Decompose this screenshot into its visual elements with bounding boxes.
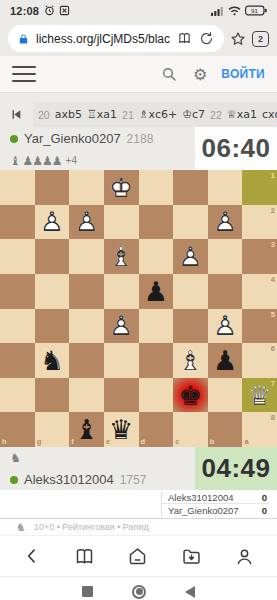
square-f8[interactable]: ♝f <box>69 412 104 447</box>
rank-label: 2 <box>271 207 275 215</box>
lock-icon <box>18 33 29 45</box>
square-g4[interactable] <box>35 274 70 309</box>
square-b6[interactable]: ♟ <box>208 343 243 378</box>
square-g6[interactable]: ♞ <box>35 343 70 378</box>
gear-icon[interactable]: ⚙ <box>193 65 207 84</box>
square-f4[interactable] <box>69 274 104 309</box>
player-top-name[interactable]: Yar_Gienko0207 <box>24 131 121 146</box>
file-label: a <box>244 438 248 446</box>
chess-board[interactable]: ♚♔1♟♙♟♙♟♙2♝♗♟♙3♟4♟♙♟♙5♞♝♗♟6♚♛♕7hg♝f♛edcb… <box>0 170 277 447</box>
game-type-icon: ♞ <box>16 522 26 533</box>
square-c8[interactable]: c <box>173 412 208 447</box>
login-button[interactable]: ВОЙТИ <box>221 67 265 81</box>
signal-icon <box>211 6 224 16</box>
square-f1[interactable] <box>69 170 104 205</box>
rank-label: 4 <box>271 276 275 284</box>
square-d7[interactable] <box>139 378 174 413</box>
square-h7[interactable] <box>0 378 35 413</box>
captured-pieces-top: ♝ ♟♟♟♟ <box>10 155 62 167</box>
refresh-icon[interactable] <box>199 31 214 46</box>
browser-toolbar <box>0 536 277 577</box>
game-info-text: 10+0 • Рейтинговая • Рапид <box>34 522 149 532</box>
online-dot <box>10 135 18 143</box>
score-value: 0 <box>262 492 267 503</box>
alarm-icon <box>44 5 55 16</box>
rank-label: 6 <box>271 345 275 353</box>
black-queen[interactable]: ♛ <box>109 416 133 443</box>
clock-bottom: 04:49 <box>195 447 277 490</box>
square-a6[interactable]: 6 <box>242 343 277 378</box>
square-e5[interactable]: ♟♙ <box>104 309 139 344</box>
white-queen[interactable]: ♛♕ <box>248 382 272 409</box>
square-a4[interactable]: 4 <box>242 274 277 309</box>
square-d2[interactable] <box>139 205 174 240</box>
url-pill[interactable]: lichess.org/jlCjMDs5/blac <box>8 25 224 52</box>
score-row[interactable]: Aleks310120040 <box>162 491 269 504</box>
square-g2[interactable]: ♟♙ <box>35 205 70 240</box>
square-e2[interactable] <box>104 205 139 240</box>
square-b3[interactable] <box>208 239 243 274</box>
square-c6[interactable]: ♝♗ <box>173 343 208 378</box>
spacer <box>0 93 277 102</box>
square-h3[interactable] <box>0 239 35 274</box>
white-pawn[interactable]: ♟♙ <box>213 312 237 339</box>
white-pawn[interactable]: ♟♙ <box>178 243 202 270</box>
square-f6[interactable] <box>69 343 104 378</box>
move-bar: 20axb5♖xa121♗xc6+♔c722♕xa1cxd423♕a7+ <box>0 102 277 127</box>
square-b4[interactable] <box>208 274 243 309</box>
white-pawn[interactable]: ♟♙ <box>74 208 98 235</box>
back-nav-icon[interactable] <box>185 586 195 598</box>
game-info-row: ♞ 10+0 • Рейтинговая • Рапид <box>0 519 277 536</box>
profile-icon[interactable] <box>234 546 255 567</box>
clock-top: 06:40 <box>195 127 277 170</box>
move[interactable]: ♕xa1 <box>227 108 257 121</box>
black-knight[interactable]: ♞ <box>40 347 64 374</box>
white-pawn[interactable]: ♟♙ <box>40 208 64 235</box>
square-a7[interactable]: ♛♕7 <box>242 378 277 413</box>
status-bar: 12:08 91 <box>0 0 277 21</box>
player-top: Yar_Gienko0207 2188 ♝ ♟♟♟♟ +4 06:40 <box>0 127 277 170</box>
square-d5[interactable] <box>139 309 174 344</box>
score-player-name: Aleks31012004 <box>168 492 234 503</box>
score-value: 0 <box>262 505 267 516</box>
square-f2[interactable]: ♟♙ <box>69 205 104 240</box>
white-pawn[interactable]: ♟♙ <box>213 208 237 235</box>
player-bottom-name[interactable]: Aleks31012004 <box>24 472 114 487</box>
square-a5[interactable]: 5 <box>242 309 277 344</box>
black-pawn[interactable]: ♟ <box>213 347 237 374</box>
player-top-rating: 2188 <box>127 132 154 146</box>
move[interactable]: axb5 <box>55 108 82 121</box>
white-pawn[interactable]: ♟♙ <box>109 312 133 339</box>
search-icon[interactable] <box>161 66 177 82</box>
square-g7[interactable] <box>35 378 70 413</box>
square-e6[interactable] <box>104 343 139 378</box>
file-label: h <box>2 438 7 446</box>
move[interactable]: ♔c7 <box>182 108 205 121</box>
square-f7[interactable] <box>69 378 104 413</box>
square-d1[interactable] <box>139 170 174 205</box>
square-a1[interactable]: 1 <box>242 170 277 205</box>
square-c3[interactable]: ♟♙ <box>173 239 208 274</box>
score-card: Aleks310120040Yar_Gienko02070 <box>0 490 277 519</box>
move-number: 22 <box>210 109 222 121</box>
rank-label: 8 <box>271 414 275 422</box>
bookmarks-icon[interactable] <box>177 31 192 46</box>
square-b5[interactable]: ♟♙ <box>208 309 243 344</box>
square-c5[interactable] <box>173 309 208 344</box>
square-e1[interactable]: ♚♔ <box>104 170 139 205</box>
file-label: c <box>175 438 179 446</box>
rank-label: 7 <box>271 380 275 388</box>
tab-counter[interactable]: 2 <box>252 31 269 47</box>
square-c2[interactable] <box>173 205 208 240</box>
white-bishop[interactable]: ♝♗ <box>109 243 133 270</box>
rank-label: 3 <box>271 241 275 249</box>
move[interactable]: cxd4 <box>262 108 277 121</box>
star-icon[interactable] <box>230 31 246 47</box>
browser-address-bar: lichess.org/jlCjMDs5/blac 2 <box>0 21 277 56</box>
file-label: b <box>210 438 215 446</box>
notification-icon <box>59 5 70 16</box>
square-f3[interactable] <box>69 239 104 274</box>
player-bottom: ♞ Aleks31012004 1757 04:49 <box>0 447 277 490</box>
menu-icon[interactable] <box>12 66 36 82</box>
square-c4[interactable] <box>173 274 208 309</box>
back-icon[interactable] <box>22 546 42 566</box>
lichess-header: ⚙ ВОЙТИ <box>0 56 277 93</box>
wifi-icon <box>228 6 241 16</box>
score-row[interactable]: Yar_Gienko02070 <box>162 504 269 517</box>
square-b2[interactable]: ♟♙ <box>208 205 243 240</box>
home-nav-icon[interactable] <box>132 585 146 599</box>
rank-label: 5 <box>271 311 275 319</box>
recents-icon[interactable] <box>82 586 93 597</box>
black-bishop[interactable]: ♝ <box>74 416 98 443</box>
square-f5[interactable] <box>69 309 104 344</box>
square-h4[interactable] <box>0 274 35 309</box>
move[interactable]: ♖xa1 <box>87 108 117 121</box>
black-pawn[interactable]: ♟ <box>144 278 168 305</box>
square-c7[interactable]: ♚ <box>173 378 208 413</box>
white-bishop[interactable]: ♝♗ <box>178 347 202 374</box>
square-e4[interactable] <box>104 274 139 309</box>
square-g1[interactable] <box>35 170 70 205</box>
downloads-folder-icon[interactable] <box>181 546 202 567</box>
square-a8[interactable]: 8a <box>242 412 277 447</box>
move-number: 20 <box>38 109 50 121</box>
file-label: d <box>141 438 146 446</box>
square-b1[interactable] <box>208 170 243 205</box>
square-b7[interactable] <box>208 378 243 413</box>
square-e7[interactable] <box>104 378 139 413</box>
square-g8[interactable]: g <box>35 412 70 447</box>
file-label: e <box>106 438 110 446</box>
move[interactable]: ♗xc6+ <box>139 108 177 121</box>
android-nav-bar <box>0 577 277 600</box>
square-h2[interactable] <box>0 205 35 240</box>
svg-text:91: 91 <box>251 7 258 14</box>
square-d3[interactable] <box>139 239 174 274</box>
url-text[interactable]: lichess.org/jlCjMDs5/blac <box>36 32 170 46</box>
status-time: 12:08 <box>10 5 39 17</box>
square-d6[interactable] <box>139 343 174 378</box>
black-king[interactable]: ♚ <box>178 382 202 409</box>
battery-icon: 91 <box>245 5 267 16</box>
player-bottom-rating: 1757 <box>120 473 147 487</box>
first-move-button[interactable] <box>0 102 33 127</box>
square-h8[interactable]: h <box>0 412 35 447</box>
rank-label: 1 <box>271 172 275 180</box>
square-c1[interactable] <box>173 170 208 205</box>
square-d8[interactable]: d <box>139 412 174 447</box>
square-a2[interactable]: 2 <box>242 205 277 240</box>
square-e3[interactable]: ♝♗ <box>104 239 139 274</box>
move-list[interactable]: 20axb5♖xa121♗xc6+♔c722♕xa1cxd423♕a7+ <box>33 102 277 127</box>
score-table: Aleks310120040Yar_Gienko02070 <box>161 491 269 517</box>
square-d4[interactable]: ♟ <box>139 274 174 309</box>
square-g3[interactable] <box>35 239 70 274</box>
captured-pieces-bottom: ♞ <box>10 452 20 464</box>
material-diff: +4 <box>66 155 77 166</box>
bookmarks-book-icon[interactable] <box>74 546 95 567</box>
move-number: 21 <box>122 109 134 121</box>
square-h1[interactable] <box>0 170 35 205</box>
online-dot <box>10 476 18 484</box>
square-b8[interactable]: b <box>208 412 243 447</box>
square-h6[interactable] <box>0 343 35 378</box>
square-h5[interactable] <box>0 309 35 344</box>
file-label: f <box>71 438 74 446</box>
square-a3[interactable]: 3 <box>242 239 277 274</box>
square-g5[interactable] <box>35 309 70 344</box>
square-e8[interactable]: ♛e <box>104 412 139 447</box>
score-player-name: Yar_Gienko0207 <box>168 505 239 516</box>
home-icon[interactable] <box>127 546 148 567</box>
white-king[interactable]: ♚♔ <box>109 174 133 201</box>
file-label: g <box>37 438 42 446</box>
